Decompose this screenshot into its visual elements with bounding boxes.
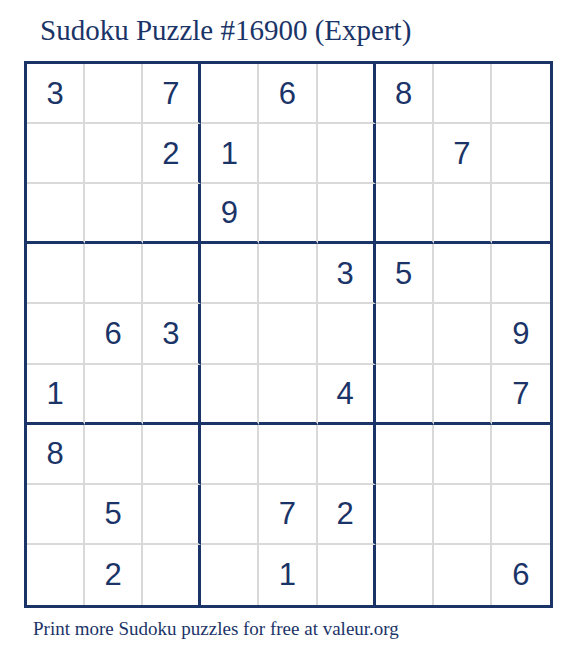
sudoku-cell-r7c1: 8 [27,425,85,485]
sudoku-cell-r2c2 [85,124,143,184]
sudoku-cell-r4c1 [27,244,85,304]
sudoku-cell-r1c7: 8 [376,64,434,124]
sudoku-cell-r2c9 [492,124,550,184]
sudoku-cell-r6c6: 4 [318,365,376,425]
sudoku-grid: 37682179356391478572216 [24,61,553,608]
sudoku-cell-r7c5 [259,425,317,485]
sudoku-cell-r4c5 [259,244,317,304]
sudoku-cell-r1c6 [318,64,376,124]
sudoku-cell-r2c8: 7 [434,124,492,184]
sudoku-cell-r6c5 [259,365,317,425]
sudoku-cell-r2c7 [376,124,434,184]
sudoku-page: Sudoku Puzzle #16900 (Expert) 3768217935… [0,0,580,651]
sudoku-cell-r9c8 [434,545,492,605]
sudoku-cell-r6c7 [376,365,434,425]
sudoku-cell-r5c6 [318,304,376,364]
sudoku-cell-r3c4: 9 [201,184,259,244]
sudoku-cell-r2c3: 2 [143,124,201,184]
sudoku-cell-r9c2: 2 [85,545,143,605]
sudoku-cell-r8c2: 5 [85,485,143,545]
sudoku-cell-r3c3 [143,184,201,244]
sudoku-cell-r7c3 [143,425,201,485]
sudoku-cell-r4c7: 5 [376,244,434,304]
sudoku-cell-r8c8 [434,485,492,545]
sudoku-cell-r5c7 [376,304,434,364]
sudoku-cell-r1c3: 7 [143,64,201,124]
sudoku-cell-r9c7 [376,545,434,605]
sudoku-cell-r8c4 [201,485,259,545]
sudoku-cell-r7c9 [492,425,550,485]
sudoku-cell-r8c6: 2 [318,485,376,545]
sudoku-cell-r2c4: 1 [201,124,259,184]
sudoku-cell-r6c1: 1 [27,365,85,425]
sudoku-cell-r4c9 [492,244,550,304]
sudoku-cell-r7c7 [376,425,434,485]
sudoku-cell-r5c9: 9 [492,304,550,364]
sudoku-cell-r8c7 [376,485,434,545]
sudoku-cell-r7c8 [434,425,492,485]
sudoku-cell-r1c1: 3 [27,64,85,124]
sudoku-cell-r2c5 [259,124,317,184]
sudoku-cell-r3c7 [376,184,434,244]
sudoku-cell-r4c4 [201,244,259,304]
sudoku-cell-r4c3 [143,244,201,304]
sudoku-cell-r5c5 [259,304,317,364]
sudoku-cell-r7c6 [318,425,376,485]
sudoku-cell-r4c8 [434,244,492,304]
sudoku-cell-r7c4 [201,425,259,485]
sudoku-cell-r6c8 [434,365,492,425]
sudoku-cell-r8c3 [143,485,201,545]
sudoku-cell-r3c5 [259,184,317,244]
sudoku-cell-r9c4 [201,545,259,605]
sudoku-cell-r6c2 [85,365,143,425]
sudoku-cell-r2c6 [318,124,376,184]
sudoku-cell-r1c5: 6 [259,64,317,124]
sudoku-cell-r7c2 [85,425,143,485]
sudoku-cell-r5c4 [201,304,259,364]
sudoku-cell-r8c5: 7 [259,485,317,545]
page-title: Sudoku Puzzle #16900 (Expert) [40,14,411,47]
sudoku-cell-r4c6: 3 [318,244,376,304]
sudoku-cell-r5c8 [434,304,492,364]
sudoku-cell-r6c4 [201,365,259,425]
sudoku-cell-r9c9: 6 [492,545,550,605]
sudoku-cell-r3c2 [85,184,143,244]
footer-text: Print more Sudoku puzzles for free at va… [33,618,399,640]
sudoku-cell-r1c2 [85,64,143,124]
sudoku-cell-r9c6 [318,545,376,605]
sudoku-cell-r9c3 [143,545,201,605]
sudoku-cell-r8c1 [27,485,85,545]
sudoku-cell-r1c9 [492,64,550,124]
sudoku-cell-r4c2 [85,244,143,304]
sudoku-cell-r6c3 [143,365,201,425]
sudoku-cell-r6c9: 7 [492,365,550,425]
sudoku-cell-r3c9 [492,184,550,244]
sudoku-cell-r8c9 [492,485,550,545]
sudoku-cell-r2c1 [27,124,85,184]
sudoku-cell-r1c4 [201,64,259,124]
sudoku-cell-r9c1 [27,545,85,605]
sudoku-cell-r5c2: 6 [85,304,143,364]
sudoku-cell-r1c8 [434,64,492,124]
sudoku-cell-r9c5: 1 [259,545,317,605]
sudoku-cell-r3c8 [434,184,492,244]
sudoku-cell-r3c1 [27,184,85,244]
sudoku-cell-r5c3: 3 [143,304,201,364]
sudoku-cell-r5c1 [27,304,85,364]
sudoku-cell-r3c6 [318,184,376,244]
